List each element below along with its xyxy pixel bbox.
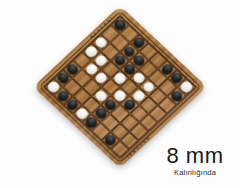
thickness-caption: 8 mm Kalınlığında xyxy=(157,144,233,177)
product-photo-reversi-board: REVERSI REVERSI 8 mm Kalınlığında xyxy=(0,0,240,188)
thickness-value: 8 mm xyxy=(157,144,233,167)
thickness-note: Kalınlığında xyxy=(157,168,233,177)
board-grid xyxy=(43,15,197,159)
